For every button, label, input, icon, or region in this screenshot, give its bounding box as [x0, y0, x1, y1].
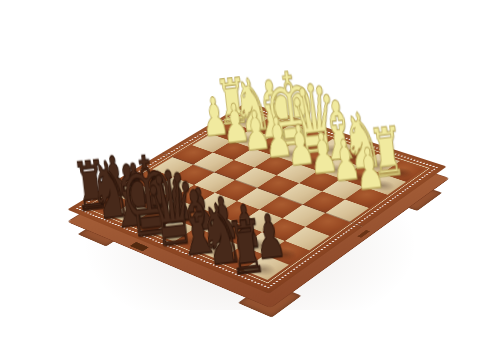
- chess-set-photo: ♜♞♝♚♛♝♞♜♟♟♟♟♟♟♟♟♟♟♟♟♟♟♟♟♜♞♝♚♛♝♞♜: [0, 0, 480, 339]
